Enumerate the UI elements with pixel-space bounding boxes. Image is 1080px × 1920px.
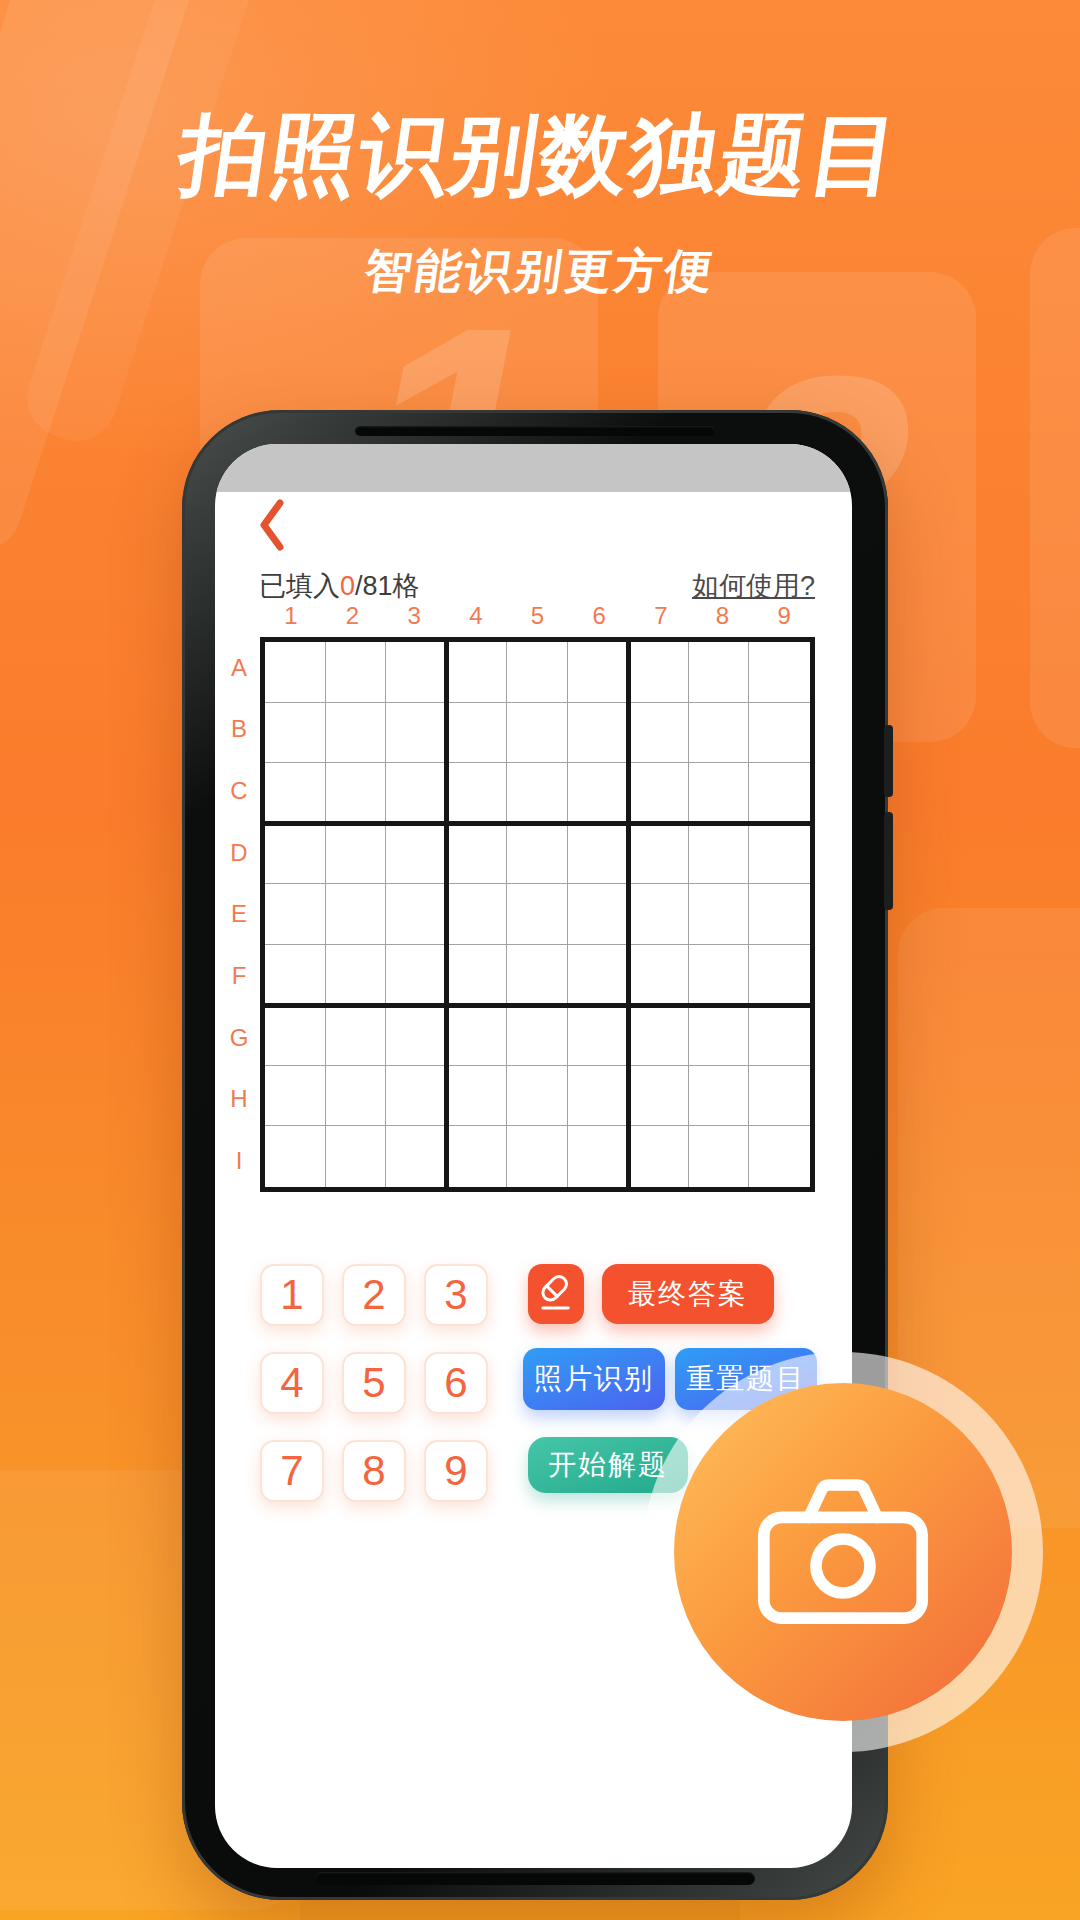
col-label: 4 (445, 598, 507, 634)
sudoku-cell[interactable] (689, 824, 750, 885)
keypad-digit-button[interactable]: 4 (260, 1352, 324, 1414)
sudoku-cells (265, 642, 810, 1187)
row-label: B (221, 699, 257, 761)
col-label: 7 (630, 598, 692, 634)
sudoku-cell[interactable] (265, 1066, 326, 1127)
sudoku-cell[interactable] (507, 703, 568, 764)
sudoku-cell[interactable] (265, 824, 326, 885)
sudoku-cell[interactable] (628, 1126, 689, 1187)
sudoku-cell[interactable] (749, 1005, 810, 1066)
row-label: E (221, 884, 257, 946)
sudoku-cell[interactable] (447, 824, 508, 885)
keypad-digit-button[interactable]: 7 (260, 1440, 324, 1502)
sudoku-cell[interactable] (749, 703, 810, 764)
sudoku-cell[interactable] (689, 1066, 750, 1127)
sudoku-cell[interactable] (447, 945, 508, 1006)
eraser-icon (535, 1273, 577, 1315)
sudoku-cell[interactable] (386, 824, 447, 885)
sudoku-cell[interactable] (386, 1066, 447, 1127)
phone-bottom-slot (315, 1872, 755, 1885)
row-label: A (221, 637, 257, 699)
sudoku-cell[interactable] (326, 824, 387, 885)
box-divider (265, 821, 810, 826)
sudoku-cell[interactable] (749, 1126, 810, 1187)
box-divider (626, 642, 631, 1187)
sudoku-cell[interactable] (386, 1126, 447, 1187)
keypad-digit-button[interactable]: 9 (424, 1440, 488, 1502)
sudoku-cell[interactable] (386, 945, 447, 1006)
col-label: 8 (692, 598, 754, 634)
col-label: 1 (260, 598, 322, 634)
sudoku-cell[interactable] (386, 703, 447, 764)
promo-page: 1 2 拍照识别数独题目 智能识别更方便 已填入0/81格 如何使用? 1234… (0, 0, 1080, 1920)
sudoku-cell[interactable] (507, 763, 568, 824)
col-label: 5 (507, 598, 569, 634)
sudoku-cell[interactable] (507, 1126, 568, 1187)
sudoku-cell[interactable] (326, 642, 387, 703)
row-label: F (221, 945, 257, 1007)
col-label: 9 (753, 598, 815, 634)
sudoku-cell[interactable] (447, 1066, 508, 1127)
sudoku-cell[interactable] (749, 884, 810, 945)
progress-prefix: 已填入 (259, 571, 340, 601)
row-label: D (221, 822, 257, 884)
sudoku-cell[interactable] (628, 824, 689, 885)
sudoku-cell[interactable] (628, 945, 689, 1006)
keypad-digit-button[interactable]: 1 (260, 1264, 324, 1326)
number-keypad: 123456789 (260, 1264, 488, 1502)
sudoku-cell[interactable] (447, 642, 508, 703)
eraser-button[interactable] (528, 1264, 584, 1324)
sudoku-cell[interactable] (265, 642, 326, 703)
sudoku-cell[interactable] (689, 763, 750, 824)
progress-count: 0 (340, 571, 355, 601)
sudoku-cell[interactable] (689, 945, 750, 1006)
sudoku-board (260, 637, 815, 1192)
sudoku-cell[interactable] (386, 763, 447, 824)
sudoku-cell[interactable] (265, 884, 326, 945)
row-labels: ABCDEFGHI (221, 637, 257, 1192)
row-label: H (221, 1069, 257, 1131)
sudoku-cell[interactable] (568, 1126, 629, 1187)
sudoku-cell[interactable] (689, 703, 750, 764)
sudoku-cell[interactable] (568, 703, 629, 764)
sudoku-cell[interactable] (326, 703, 387, 764)
row-label: I (221, 1130, 257, 1192)
sudoku-cell[interactable] (507, 642, 568, 703)
camera-icon (753, 1476, 933, 1629)
sudoku-cell[interactable] (507, 884, 568, 945)
promo-subtitle: 智能识别更方便 (0, 240, 1080, 303)
sudoku-cell[interactable] (628, 1005, 689, 1066)
sudoku-cell[interactable] (326, 763, 387, 824)
sudoku-cell[interactable] (568, 884, 629, 945)
phone-speaker-slot (355, 426, 715, 436)
photo-recognition-button[interactable]: 照片识别 (523, 1348, 665, 1410)
final-answer-button[interactable]: 最终答案 (602, 1264, 774, 1324)
sudoku-cell[interactable] (749, 945, 810, 1006)
col-label: 2 (322, 598, 384, 634)
col-label: 6 (568, 598, 630, 634)
sudoku-cell[interactable] (447, 884, 508, 945)
decor-tile (1030, 228, 1080, 748)
sudoku-cell[interactable] (628, 884, 689, 945)
sudoku-cell[interactable] (265, 1126, 326, 1187)
keypad-digit-button[interactable]: 5 (342, 1352, 406, 1414)
row-label: G (221, 1007, 257, 1069)
sudoku-cell[interactable] (689, 642, 750, 703)
sudoku-cell[interactable] (628, 1066, 689, 1127)
sudoku-cell[interactable] (326, 1066, 387, 1127)
promo-title: 拍照识别数独题目 (0, 96, 1080, 215)
camera-button[interactable] (674, 1383, 1012, 1721)
sudoku-cell[interactable] (568, 1066, 629, 1127)
phone-side-button (884, 812, 893, 910)
back-button[interactable] (255, 498, 289, 554)
sudoku-cell[interactable] (628, 642, 689, 703)
keypad-digit-button[interactable]: 6 (424, 1352, 488, 1414)
sudoku-cell[interactable] (628, 703, 689, 764)
sudoku-cell[interactable] (507, 824, 568, 885)
progress-suffix: /81格 (355, 571, 420, 601)
sudoku-cell[interactable] (568, 945, 629, 1006)
column-labels: 123456789 (260, 598, 815, 634)
sudoku-cell[interactable] (326, 945, 387, 1006)
sudoku-cell[interactable] (326, 1005, 387, 1066)
phone-side-button (884, 725, 893, 797)
sudoku-cell[interactable] (326, 1126, 387, 1187)
keypad-digit-button[interactable]: 2 (342, 1264, 406, 1326)
sudoku-cell[interactable] (447, 763, 508, 824)
sudoku-cell[interactable] (507, 945, 568, 1006)
sudoku-cell[interactable] (568, 642, 629, 703)
sudoku-cell[interactable] (265, 763, 326, 824)
chevron-left-icon (257, 498, 287, 552)
sudoku-cell[interactable] (749, 1066, 810, 1127)
sudoku-cell[interactable] (749, 763, 810, 824)
sudoku-cell[interactable] (386, 884, 447, 945)
sudoku-cell[interactable] (507, 1005, 568, 1066)
sudoku-cell[interactable] (507, 1066, 568, 1127)
keypad-digit-button[interactable]: 3 (424, 1264, 488, 1326)
sudoku-cell[interactable] (689, 1126, 750, 1187)
keypad-digit-button[interactable]: 8 (342, 1440, 406, 1502)
sudoku-cell[interactable] (749, 642, 810, 703)
box-divider (265, 1003, 810, 1008)
sudoku-cell[interactable] (568, 1005, 629, 1066)
sudoku-cell[interactable] (689, 884, 750, 945)
status-bar (215, 444, 852, 492)
sudoku-cell[interactable] (447, 703, 508, 764)
sudoku-cell[interactable] (447, 1126, 508, 1187)
sudoku-cell[interactable] (749, 824, 810, 885)
sudoku-cell[interactable] (326, 884, 387, 945)
sudoku-cell[interactable] (447, 1005, 508, 1066)
sudoku-cell[interactable] (386, 642, 447, 703)
sudoku-cell[interactable] (628, 763, 689, 824)
sudoku-cell[interactable] (265, 703, 326, 764)
sudoku-cell[interactable] (568, 763, 629, 824)
sudoku-cell[interactable] (386, 1005, 447, 1066)
col-label: 3 (383, 598, 445, 634)
sudoku-cell[interactable] (265, 945, 326, 1006)
box-divider (444, 642, 449, 1187)
sudoku-cell[interactable] (568, 824, 629, 885)
row-label: C (221, 760, 257, 822)
sudoku-cell[interactable] (265, 1005, 326, 1066)
sudoku-cell[interactable] (689, 1005, 750, 1066)
